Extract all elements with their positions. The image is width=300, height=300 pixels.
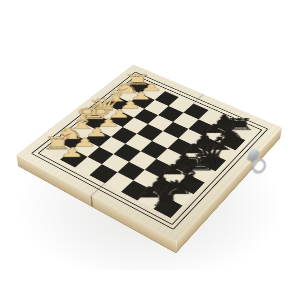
- box-side-seam: [90, 195, 92, 206]
- product-photo-scene: ♜♞♝♛♚♝♞♜♟♟♟♟♟♟♟♟♟♟♟♟♟♟♟♟♜♞♝♛♚♝♞♜: [0, 0, 300, 300]
